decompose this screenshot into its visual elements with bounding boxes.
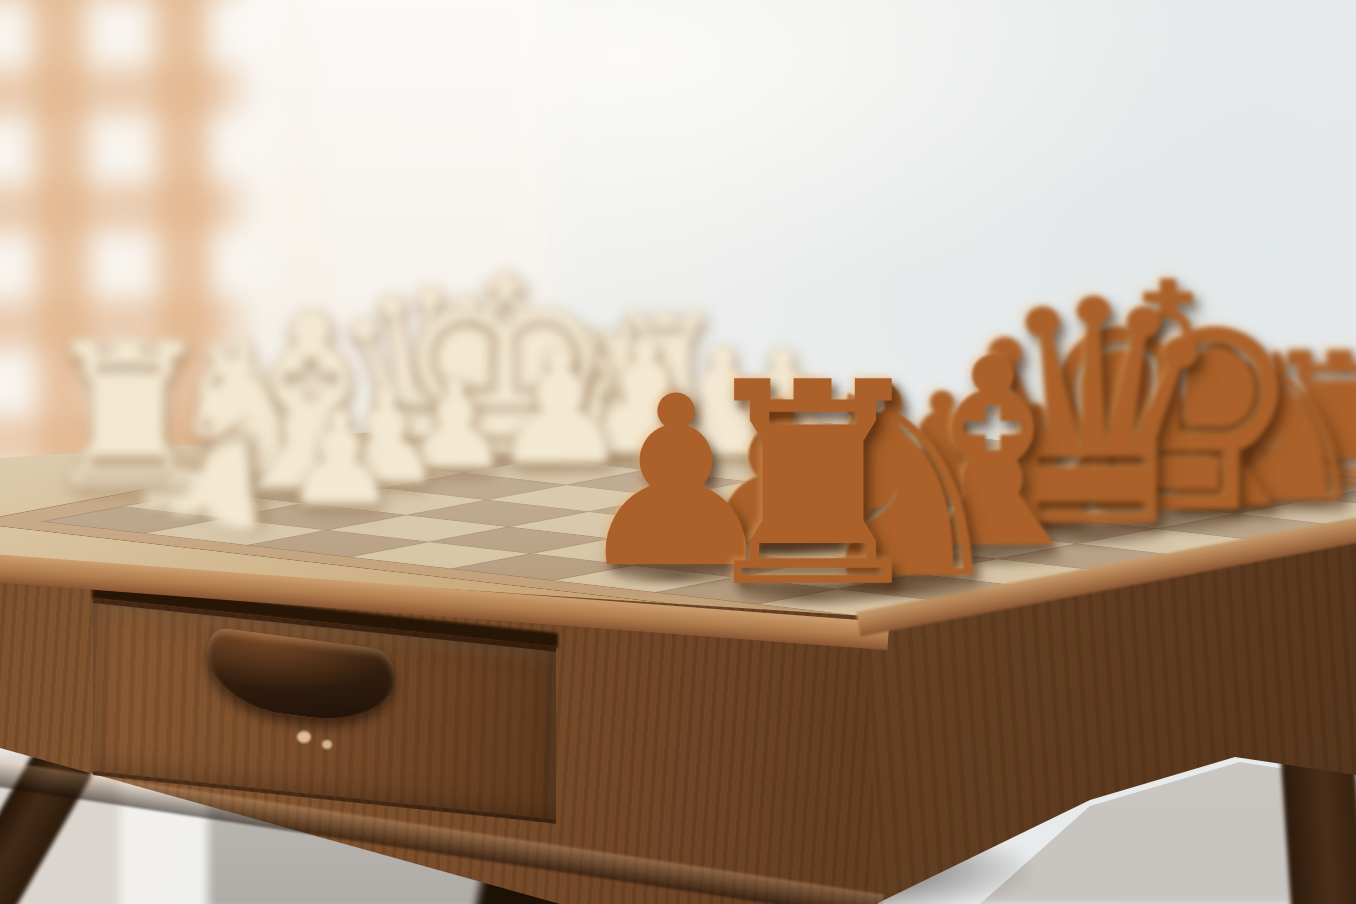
piece-white-pawn[interactable]: ♟ (282, 394, 399, 524)
piece-brown-rook[interactable]: ♜ (687, 346, 938, 626)
piece-white-rook[interactable]: ♜ (39, 318, 217, 516)
chess-table-photo: ♜♟♞♝♟♟♛♟♚♟♝♞♟♜♟♟♟♟♜♞♟♝♟♛♟♚♟♝♟♞♟♜ (0, 0, 1356, 904)
pieces-layer: ♜♟♞♝♟♟♛♟♚♟♝♞♟♜♟♟♟♟♜♞♟♝♟♛♟♚♟♝♟♞♟♜ (0, 0, 1356, 904)
